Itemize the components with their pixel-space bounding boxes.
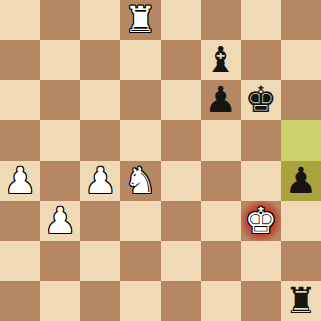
square-b3[interactable]: ♟ bbox=[40, 201, 80, 241]
square-c8[interactable] bbox=[80, 0, 120, 40]
square-h3[interactable] bbox=[281, 201, 321, 241]
square-g8[interactable] bbox=[241, 0, 281, 40]
square-g5[interactable] bbox=[241, 120, 281, 160]
square-b8[interactable] bbox=[40, 0, 80, 40]
square-e7[interactable] bbox=[161, 40, 201, 80]
square-h7[interactable] bbox=[281, 40, 321, 80]
square-c2[interactable] bbox=[80, 241, 120, 281]
square-b5[interactable] bbox=[40, 120, 80, 160]
piece-white-knight[interactable]: ♞ bbox=[124, 163, 156, 199]
square-h6[interactable] bbox=[281, 80, 321, 120]
square-e2[interactable] bbox=[161, 241, 201, 281]
square-h8[interactable] bbox=[281, 0, 321, 40]
square-g7[interactable] bbox=[241, 40, 281, 80]
piece-black-rook[interactable]: ♜ bbox=[285, 283, 317, 319]
square-b2[interactable] bbox=[40, 241, 80, 281]
square-a1[interactable] bbox=[0, 281, 40, 321]
square-b7[interactable] bbox=[40, 40, 80, 80]
piece-white-rook[interactable]: ♜ bbox=[124, 2, 156, 38]
square-f8[interactable] bbox=[201, 0, 241, 40]
piece-black-bishop[interactable]: ♝ bbox=[205, 42, 237, 78]
square-d3[interactable] bbox=[120, 201, 160, 241]
square-g1[interactable] bbox=[241, 281, 281, 321]
square-d2[interactable] bbox=[120, 241, 160, 281]
square-a2[interactable] bbox=[0, 241, 40, 281]
square-d1[interactable] bbox=[120, 281, 160, 321]
square-f7[interactable]: ♝ bbox=[201, 40, 241, 80]
square-f4[interactable] bbox=[201, 161, 241, 201]
square-c7[interactable] bbox=[80, 40, 120, 80]
square-h2[interactable] bbox=[281, 241, 321, 281]
piece-white-pawn[interactable]: ♟ bbox=[4, 163, 36, 199]
square-f2[interactable] bbox=[201, 241, 241, 281]
square-f3[interactable] bbox=[201, 201, 241, 241]
square-f5[interactable] bbox=[201, 120, 241, 160]
square-e8[interactable] bbox=[161, 0, 201, 40]
piece-black-pawn[interactable]: ♟ bbox=[205, 82, 237, 118]
square-b6[interactable] bbox=[40, 80, 80, 120]
square-c3[interactable] bbox=[80, 201, 120, 241]
square-g4[interactable] bbox=[241, 161, 281, 201]
piece-white-pawn[interactable]: ♟ bbox=[84, 163, 116, 199]
square-a7[interactable] bbox=[0, 40, 40, 80]
square-e5[interactable] bbox=[161, 120, 201, 160]
square-g2[interactable] bbox=[241, 241, 281, 281]
square-d6[interactable] bbox=[120, 80, 160, 120]
square-c1[interactable] bbox=[80, 281, 120, 321]
square-c5[interactable] bbox=[80, 120, 120, 160]
square-e3[interactable] bbox=[161, 201, 201, 241]
square-h4[interactable]: ♟ bbox=[281, 161, 321, 201]
square-d5[interactable] bbox=[120, 120, 160, 160]
square-a5[interactable] bbox=[0, 120, 40, 160]
square-a4[interactable]: ♟ bbox=[0, 161, 40, 201]
square-h5[interactable] bbox=[281, 120, 321, 160]
square-c4[interactable]: ♟ bbox=[80, 161, 120, 201]
piece-white-pawn[interactable]: ♟ bbox=[44, 203, 76, 239]
square-d8[interactable]: ♜ bbox=[120, 0, 160, 40]
square-c6[interactable] bbox=[80, 80, 120, 120]
piece-black-pawn[interactable]: ♟ bbox=[285, 163, 317, 199]
square-a6[interactable] bbox=[0, 80, 40, 120]
square-a8[interactable] bbox=[0, 0, 40, 40]
square-e6[interactable] bbox=[161, 80, 201, 120]
square-h1[interactable]: ♜ bbox=[281, 281, 321, 321]
square-g6[interactable]: ♚ bbox=[241, 80, 281, 120]
square-e4[interactable] bbox=[161, 161, 201, 201]
square-a3[interactable] bbox=[0, 201, 40, 241]
square-b1[interactable] bbox=[40, 281, 80, 321]
square-b4[interactable] bbox=[40, 161, 80, 201]
chess-board: ♜♝♟♚♟♟♞♟♟♚♜ bbox=[0, 0, 321, 321]
piece-white-king[interactable]: ♚ bbox=[245, 203, 277, 239]
piece-black-king[interactable]: ♚ bbox=[245, 82, 277, 118]
square-g3[interactable]: ♚ bbox=[241, 201, 281, 241]
square-d7[interactable] bbox=[120, 40, 160, 80]
square-e1[interactable] bbox=[161, 281, 201, 321]
square-d4[interactable]: ♞ bbox=[120, 161, 160, 201]
square-f1[interactable] bbox=[201, 281, 241, 321]
square-f6[interactable]: ♟ bbox=[201, 80, 241, 120]
